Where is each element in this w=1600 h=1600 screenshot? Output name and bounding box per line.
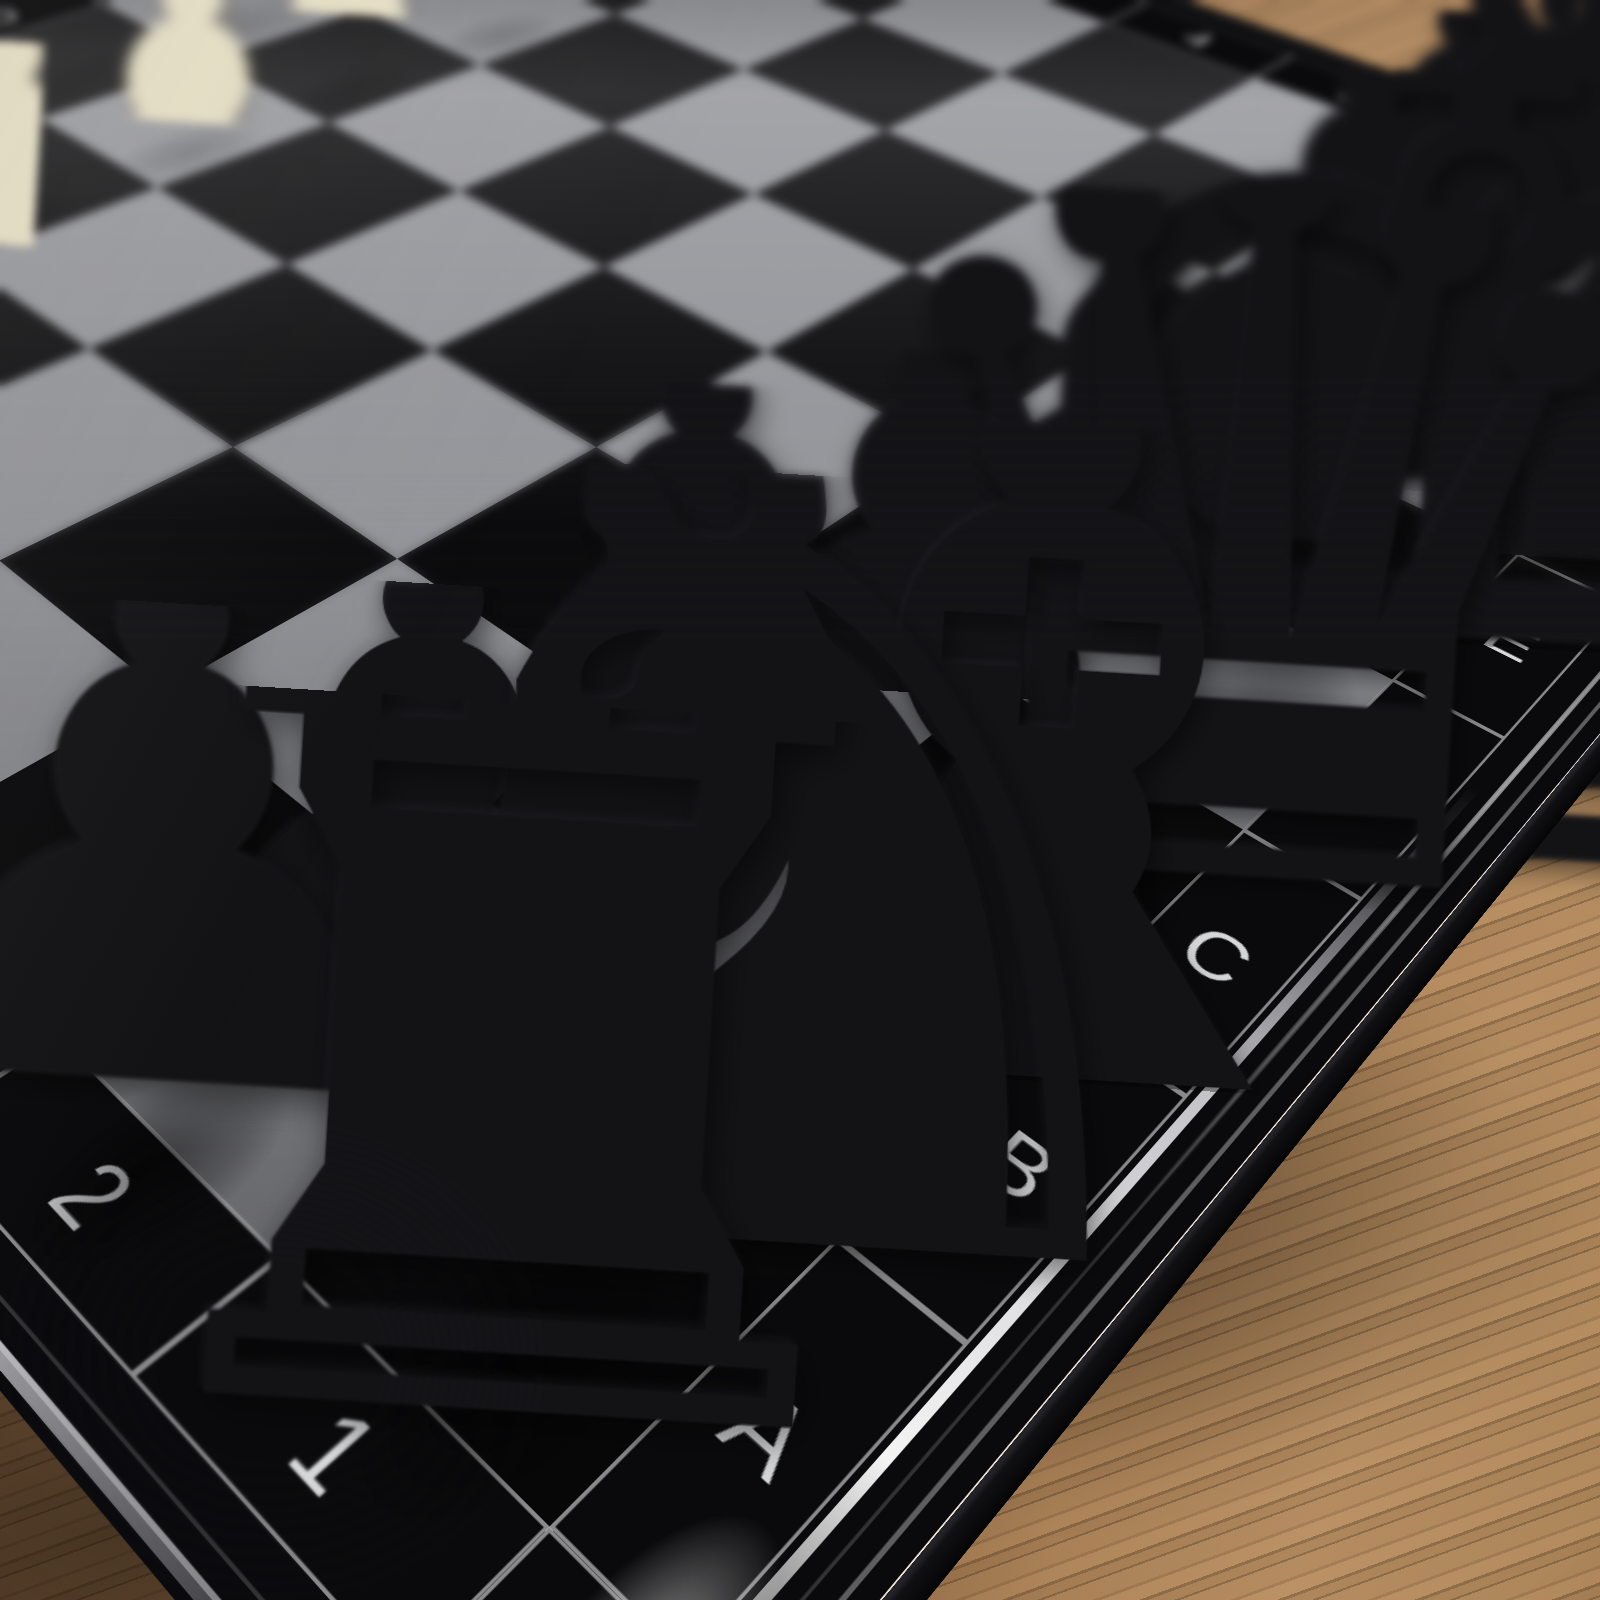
piece-white-pawn-b7: ♟ [0, 88, 83, 401]
camera-roll-wrapper: ABCDEFGH ABCDEFGH 87654321 87654321 ♜♞♝♛… [0, 0, 1600, 1600]
perspective-scene: ABCDEFGH ABCDEFGH 87654321 87654321 ♜♞♝♛… [0, 0, 1600, 1600]
black-rook-glyph: ♜ [19, 495, 1022, 1600]
photo-frame: ABCDEFGH ABCDEFGH 87654321 87654321 ♜♞♝♛… [0, 0, 1600, 1600]
chess-board: ABCDEFGH ABCDEFGH 87654321 87654321 ♜♞♝♛… [0, 0, 1600, 1600]
